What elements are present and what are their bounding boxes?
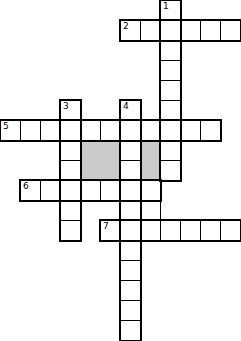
grid-cell-r9-c5[interactable] [100,180,121,201]
grid-cell-r2-c8[interactable] [160,40,181,61]
grid-cell-r8-c8[interactable] [160,160,181,181]
grid-cell-r10-c7[interactable] [140,200,161,221]
grid-cell-r11-c7[interactable] [140,220,161,241]
shaded-block-1 [140,140,161,181]
grid-cell-r1-c9[interactable] [180,20,201,41]
clue-number-6: 6 [23,181,29,191]
grid-cell-r7-c8[interactable] [160,140,181,161]
grid-cell-r6-c8[interactable] [160,120,181,141]
grid-cell-r15-c6[interactable] [120,300,141,321]
grid-cell-r11-c5[interactable]: 7 [100,220,121,241]
grid-cell-r9-c2[interactable] [40,180,61,201]
grid-cell-r14-c6[interactable] [120,280,141,301]
clue-number-3: 3 [63,101,69,111]
grid-cell-r11-c9[interactable] [180,220,201,241]
grid-cell-r6-c9[interactable] [180,120,201,141]
grid-cell-r1-c6[interactable]: 2 [120,20,141,41]
grid-cell-r6-c2[interactable] [40,120,61,141]
grid-cell-r8-c6[interactable] [120,160,141,181]
grid-cell-r16-c6[interactable] [120,320,141,341]
grid-cell-r6-c5[interactable] [100,120,121,141]
grid-cell-r6-c3[interactable] [60,120,81,141]
grid-cell-r9-c3[interactable] [60,180,81,201]
grid-cell-r5-c6[interactable]: 4 [120,100,141,121]
clue-number-2: 2 [123,21,129,31]
clue-number-5: 5 [3,121,9,131]
grid-cell-r5-c8[interactable] [160,100,181,121]
grid-cell-r11-c11[interactable] [220,220,241,241]
grid-cell-r9-c6[interactable] [120,180,141,201]
grid-cell-r8-c3[interactable] [60,160,81,181]
grid-cell-r6-c4[interactable] [80,120,101,141]
clue-number-4: 4 [123,101,129,111]
grid-cell-r7-c6[interactable] [120,140,141,161]
grid-cell-r10-c3[interactable] [60,200,81,221]
grid-cell-r9-c1[interactable]: 6 [20,180,41,201]
grid-cell-r1-c10[interactable] [200,20,221,41]
grid-cell-r1-c8[interactable] [160,20,181,41]
grid-cell-r11-c8[interactable] [160,220,181,241]
grid-cell-r10-c6[interactable] [120,200,141,221]
grid-cell-r3-c8[interactable] [160,60,181,81]
grid-cell-r1-c11[interactable] [220,20,241,41]
grid-cell-r1-c7[interactable] [140,20,161,41]
grid-cell-r6-c7[interactable] [140,120,161,141]
crossword-page: 1234567 [0,0,241,341]
crossword-board: 1234567 [0,0,241,341]
shaded-block-0 [80,140,121,181]
grid-cell-r6-c0[interactable]: 5 [0,120,21,141]
grid-cell-r13-c6[interactable] [120,260,141,281]
clue-number-7: 7 [103,221,109,231]
grid-cell-r7-c3[interactable] [60,140,81,161]
grid-cell-r9-c7[interactable] [140,180,161,201]
grid-cell-r11-c3[interactable] [60,220,81,241]
grid-cell-r6-c1[interactable] [20,120,41,141]
grid-cell-r11-c6[interactable] [120,220,141,241]
grid-cell-r9-c4[interactable] [80,180,101,201]
grid-cell-r6-c10[interactable] [200,120,221,141]
grid-cell-r12-c6[interactable] [120,240,141,261]
grid-cell-r11-c10[interactable] [200,220,221,241]
grid-cell-r6-c6[interactable] [120,120,141,141]
grid-cell-r0-c8[interactable]: 1 [160,0,181,21]
grid-cell-r5-c3[interactable]: 3 [60,100,81,121]
grid-cell-r4-c8[interactable] [160,80,181,101]
clue-number-1: 1 [163,1,169,11]
